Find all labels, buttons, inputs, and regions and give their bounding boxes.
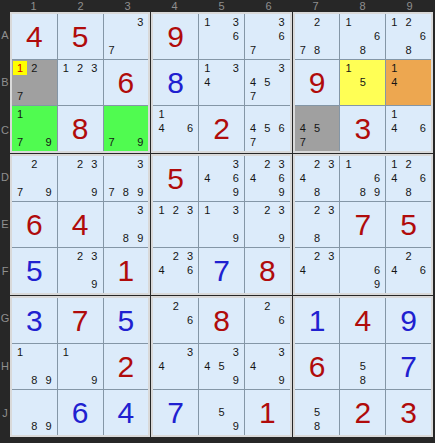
candidate-slot: [169, 359, 183, 373]
candidate-slot: [42, 61, 56, 75]
cell-C7[interactable]: 457: [295, 106, 340, 151]
cell-value: 7: [199, 248, 244, 293]
candidate-slot: [370, 90, 384, 104]
candidate-slot: [324, 29, 338, 43]
candidate-8: 8: [401, 44, 415, 58]
candidate-6: 6: [274, 29, 288, 43]
candidate-grid: 168: [341, 15, 384, 58]
cell-B7[interactable]: 9: [295, 60, 340, 105]
candidate-2: 2: [27, 157, 41, 171]
candidate-slot: [119, 217, 133, 231]
candidate-slot: [310, 29, 324, 43]
column-label-3: 3: [104, 0, 151, 12]
candidate-slot: [356, 61, 370, 75]
cell-G5[interactable]: 8: [199, 298, 244, 343]
cell-G1[interactable]: 3: [12, 298, 57, 343]
candidate-slot: [341, 359, 355, 373]
candidate-slot: [59, 359, 73, 373]
candidate-slot: [73, 374, 87, 388]
cell-value: 9: [386, 298, 431, 343]
candidate-grid: 1689: [341, 157, 384, 200]
candidate-slot: [274, 299, 288, 313]
cell-D3[interactable]: 3789: [104, 156, 149, 201]
candidate-slot: [296, 217, 310, 231]
candidate-slot: [341, 29, 355, 43]
candidate-slot: [246, 299, 260, 313]
candidate-slot: [183, 299, 197, 313]
cell-E1[interactable]: 6: [12, 202, 57, 247]
cell-G2[interactable]: 7: [58, 298, 103, 343]
candidate-8: 8: [310, 232, 324, 246]
candidate-slot: [27, 359, 41, 373]
cell-F1[interactable]: 5: [12, 248, 57, 293]
candidate-slot: [401, 278, 415, 292]
cell-F7[interactable]: 234: [295, 248, 340, 293]
candidate-slot: [246, 217, 260, 231]
cell-H6[interactable]: 349: [245, 344, 290, 389]
candidate-3: 3: [229, 15, 243, 29]
candidate-slot: [401, 90, 415, 104]
cell-A1[interactable]: 4: [12, 14, 57, 59]
cell-H3[interactable]: 2: [104, 344, 149, 389]
cell-value: 7: [58, 298, 103, 343]
candidate-9: 9: [274, 186, 288, 200]
candidate-slot: [370, 359, 384, 373]
candidate-grid: 146: [387, 107, 430, 150]
candidate-4: 4: [154, 121, 168, 135]
cell-value: 1: [295, 298, 340, 343]
candidate-slot: [274, 107, 288, 121]
candidate-slot: [370, 249, 384, 263]
cell-C4[interactable]: 146: [153, 106, 198, 151]
candidate-grid: 123: [59, 61, 102, 104]
candidate-grid: 139: [200, 203, 243, 246]
candidate-slot: [154, 299, 168, 313]
row-label-A: A: [0, 12, 10, 59]
cell-C6[interactable]: 4567: [245, 106, 290, 151]
cell-value: 3: [12, 298, 57, 343]
candidate-slot: [42, 391, 56, 405]
sudoku-board: 4537127123617987991363678134345714624567…: [10, 12, 433, 437]
candidate-1: 1: [59, 61, 73, 75]
candidate-6: 6: [416, 29, 430, 43]
candidate-1: 1: [387, 107, 401, 121]
candidate-3: 3: [324, 203, 338, 217]
cell-B4[interactable]: 8: [153, 60, 198, 105]
candidate-slot: [183, 217, 197, 231]
candidate-slot: [356, 157, 370, 171]
candidate-slot: [324, 121, 338, 135]
candidate-6: 6: [370, 171, 384, 185]
candidate-slot: [59, 171, 73, 185]
candidate-grid: 239: [246, 203, 289, 246]
candidate-slot: [296, 15, 310, 29]
candidate-slot: [246, 203, 260, 217]
candidate-5: 5: [356, 75, 370, 89]
cell-D5[interactable]: 3469: [199, 156, 244, 201]
cell-F6[interactable]: 8: [245, 248, 290, 293]
candidate-slot: [119, 29, 133, 43]
candidate-9: 9: [133, 136, 147, 150]
candidate-slot: [13, 75, 27, 89]
cell-value: 8: [245, 248, 290, 293]
candidate-slot: [42, 345, 56, 359]
candidate-slot: [296, 232, 310, 246]
cell-value: 5: [104, 298, 149, 343]
candidate-slot: [260, 44, 274, 58]
cell-C9[interactable]: 146: [386, 106, 431, 151]
candidate-slot: [73, 345, 87, 359]
cell-D2[interactable]: 239: [58, 156, 103, 201]
candidate-slot: [154, 313, 168, 327]
cell-H7[interactable]: 6: [295, 344, 340, 389]
cell-D7[interactable]: 2348: [295, 156, 340, 201]
cell-A8[interactable]: 168: [340, 14, 385, 59]
candidate-2: 2: [401, 157, 415, 171]
candidate-slot: [324, 44, 338, 58]
candidate-slot: [387, 186, 401, 200]
cell-J5[interactable]: 59: [199, 390, 244, 435]
row-label-J: J: [0, 390, 10, 437]
candidate-slot: [105, 217, 119, 231]
cell-value: 2: [104, 344, 149, 389]
cell-F2[interactable]: 239: [58, 248, 103, 293]
candidate-slot: [260, 374, 274, 388]
candidate-grid: 239: [59, 157, 102, 200]
candidate-slot: [296, 249, 310, 263]
candidate-slot: [416, 90, 430, 104]
candidate-6: 6: [274, 313, 288, 327]
cell-H1[interactable]: 189: [12, 344, 57, 389]
candidate-slot: [133, 29, 147, 43]
candidate-slot: [200, 391, 214, 405]
candidate-1: 1: [341, 15, 355, 29]
candidate-1: 1: [387, 15, 401, 29]
candidate-slot: [310, 278, 324, 292]
row-label-G: G: [0, 295, 10, 342]
candidate-slot: [59, 278, 73, 292]
cell-G4[interactable]: 26: [153, 298, 198, 343]
candidate-slot: [169, 345, 183, 359]
cell-H8[interactable]: 58: [340, 344, 385, 389]
cell-B8[interactable]: 15: [340, 60, 385, 105]
cell-E2[interactable]: 4: [58, 202, 103, 247]
candidate-slot: [200, 232, 214, 246]
candidate-grid: 246: [387, 249, 430, 292]
cell-J1[interactable]: 89: [12, 390, 57, 435]
candidate-slot: [310, 391, 324, 405]
candidate-slot: [169, 107, 183, 121]
candidate-1: 1: [13, 107, 27, 121]
candidate-slot: [274, 90, 288, 104]
candidate-slot: [13, 359, 27, 373]
candidate-slot: [59, 249, 73, 263]
cell-C2[interactable]: 8: [58, 106, 103, 151]
cell-E4[interactable]: 123: [153, 202, 198, 247]
cell-B3[interactable]: 6: [104, 60, 149, 105]
candidate-slot: [296, 203, 310, 217]
cell-value: 9: [295, 60, 340, 105]
cell-J3[interactable]: 4: [104, 390, 149, 435]
cell-value: 1: [245, 390, 290, 435]
candidate-7: 7: [105, 186, 119, 200]
candidate-8: 8: [27, 420, 41, 434]
candidate-slot: [154, 232, 168, 246]
box-1-2: 23481689124682387523469246: [293, 154, 433, 295]
cell-E6[interactable]: 239: [245, 202, 290, 247]
cell-F5[interactable]: 7: [199, 248, 244, 293]
cell-G8[interactable]: 4: [340, 298, 385, 343]
candidate-slot: [119, 157, 133, 171]
cell-value: 7: [153, 390, 198, 435]
cell-J6[interactable]: 1: [245, 390, 290, 435]
sudoku-app: 123456789 ABCDEFGHJ 45371271236179879913…: [0, 0, 435, 443]
cell-J4[interactable]: 7: [153, 390, 198, 435]
candidate-slot: [296, 29, 310, 43]
candidate-slot: [401, 263, 415, 277]
candidate-slot: [183, 359, 197, 373]
candidate-slot: [229, 391, 243, 405]
cell-C8[interactable]: 3: [340, 106, 385, 151]
cell-J8[interactable]: 2: [340, 390, 385, 435]
cell-B5[interactable]: 134: [199, 60, 244, 105]
candidate-3: 3: [324, 157, 338, 171]
cell-J2[interactable]: 6: [58, 390, 103, 435]
candidate-2: 2: [260, 203, 274, 217]
candidate-slot: [401, 107, 415, 121]
candidate-slot: [341, 44, 355, 58]
cell-F9[interactable]: 246: [386, 248, 431, 293]
candidate-slot: [296, 278, 310, 292]
candidate-slot: [324, 217, 338, 231]
candidate-slot: [356, 15, 370, 29]
cell-J9[interactable]: 3: [386, 390, 431, 435]
candidate-slot: [356, 263, 370, 277]
candidate-slot: [356, 345, 370, 359]
candidate-slot: [200, 44, 214, 58]
cell-D8[interactable]: 1689: [340, 156, 385, 201]
candidate-6: 6: [274, 121, 288, 135]
cell-A2[interactable]: 5: [58, 14, 103, 59]
cell-F8[interactable]: 69: [340, 248, 385, 293]
candidate-9: 9: [42, 136, 56, 150]
candidate-grid: 3457: [246, 61, 289, 104]
candidate-3: 3: [274, 15, 288, 29]
candidate-slot: [214, 420, 228, 434]
candidate-2: 2: [27, 61, 41, 75]
candidate-slot: [296, 420, 310, 434]
cell-value: 8: [153, 60, 198, 105]
candidate-slot: [154, 374, 168, 388]
candidate-slot: [260, 217, 274, 231]
candidate-slot: [416, 249, 430, 263]
candidate-slot: [154, 249, 168, 263]
candidate-slot: [73, 90, 87, 104]
candidate-8: 8: [119, 232, 133, 246]
candidate-slot: [246, 29, 260, 43]
candidate-3: 3: [183, 203, 197, 217]
candidate-slot: [387, 249, 401, 263]
candidate-slot: [105, 107, 119, 121]
cell-A6[interactable]: 367: [245, 14, 290, 59]
candidate-7: 7: [13, 186, 27, 200]
cell-G6[interactable]: 26: [245, 298, 290, 343]
candidate-2: 2: [73, 157, 87, 171]
candidate-slot: [154, 345, 168, 359]
candidate-slot: [119, 136, 133, 150]
cell-E5[interactable]: 139: [199, 202, 244, 247]
candidate-slot: [214, 374, 228, 388]
candidate-slot: [370, 75, 384, 89]
candidate-6: 6: [229, 29, 243, 43]
candidate-4: 4: [154, 359, 168, 373]
candidate-slot: [416, 186, 430, 200]
candidate-3: 3: [133, 157, 147, 171]
candidate-slot: [260, 313, 274, 327]
cell-D1[interactable]: 279: [12, 156, 57, 201]
cell-B6[interactable]: 3457: [245, 60, 290, 105]
candidate-slot: [154, 278, 168, 292]
column-label-4: 4: [151, 0, 198, 12]
candidate-slot: [260, 29, 274, 43]
cell-C5[interactable]: 2: [199, 106, 244, 151]
candidate-slot: [260, 328, 274, 342]
candidate-slot: [200, 90, 214, 104]
cell-A9[interactable]: 1268: [386, 14, 431, 59]
candidate-slot: [169, 217, 183, 231]
cell-A4[interactable]: 9: [153, 14, 198, 59]
cell-H2[interactable]: 19: [58, 344, 103, 389]
candidate-4: 4: [296, 171, 310, 185]
candidate-7: 7: [246, 90, 260, 104]
candidate-9: 9: [133, 186, 147, 200]
cell-value: 4: [58, 202, 103, 247]
cell-D9[interactable]: 12468: [386, 156, 431, 201]
candidate-slot: [73, 278, 87, 292]
cell-D6[interactable]: 23469: [245, 156, 290, 201]
cell-E7[interactable]: 238: [295, 202, 340, 247]
candidate-grid: 279: [13, 157, 56, 200]
candidate-grid: 12468: [387, 157, 430, 200]
candidate-slot: [310, 107, 324, 121]
candidate-2: 2: [260, 299, 274, 313]
candidate-slot: [246, 232, 260, 246]
cell-J7[interactable]: 58: [295, 390, 340, 435]
row-label-H: H: [0, 343, 10, 390]
candidate-slot: [119, 15, 133, 29]
candidate-slot: [183, 374, 197, 388]
candidate-slot: [341, 374, 355, 388]
candidate-8: 8: [401, 186, 415, 200]
candidate-slot: [387, 44, 401, 58]
candidate-slot: [260, 107, 274, 121]
candidate-slot: [87, 263, 101, 277]
cell-F4[interactable]: 2346: [153, 248, 198, 293]
candidate-slot: [169, 313, 183, 327]
candidate-slot: [214, 171, 228, 185]
candidate-slot: [274, 328, 288, 342]
cell-G9[interactable]: 9: [386, 298, 431, 343]
candidate-slot: [416, 44, 430, 58]
cell-E3[interactable]: 389: [104, 202, 149, 247]
cell-H4[interactable]: 34: [153, 344, 198, 389]
candidate-7: 7: [296, 136, 310, 150]
candidate-grid: 3789: [105, 157, 148, 200]
candidate-3: 3: [229, 345, 243, 359]
candidate-slot: [260, 90, 274, 104]
candidate-2: 2: [401, 15, 415, 29]
candidate-6: 6: [183, 263, 197, 277]
candidate-slot: [13, 374, 27, 388]
cell-E8[interactable]: 7: [340, 202, 385, 247]
candidate-slot: [27, 107, 41, 121]
cell-G3[interactable]: 5: [104, 298, 149, 343]
cell-C1[interactable]: 179: [12, 106, 57, 151]
cell-A5[interactable]: 136: [199, 14, 244, 59]
candidate-slot: [246, 186, 260, 200]
candidate-slot: [42, 107, 56, 121]
candidate-1: 1: [341, 61, 355, 75]
candidate-5: 5: [356, 359, 370, 373]
cell-F3[interactable]: 1: [104, 248, 149, 293]
cell-value: 4: [340, 298, 385, 343]
candidate-1: 1: [387, 61, 401, 75]
cell-E9[interactable]: 5: [386, 202, 431, 247]
candidate-slot: [401, 171, 415, 185]
cell-H9[interactable]: 7: [386, 344, 431, 389]
cell-D4[interactable]: 5: [153, 156, 198, 201]
candidate-6: 6: [183, 121, 197, 135]
candidate-slot: [214, 90, 228, 104]
candidate-4: 4: [387, 263, 401, 277]
candidate-slot: [119, 44, 133, 58]
candidate-slot: [246, 313, 260, 327]
candidate-slot: [169, 136, 183, 150]
cell-C3[interactable]: 79: [104, 106, 149, 151]
cell-B1[interactable]: 127: [12, 60, 57, 105]
cell-B2[interactable]: 123: [58, 60, 103, 105]
candidate-slot: [105, 157, 119, 171]
candidate-9: 9: [229, 374, 243, 388]
candidate-slot: [200, 29, 214, 43]
candidate-grid: 37: [105, 15, 148, 58]
candidate-slot: [133, 107, 147, 121]
candidate-grid: 23469: [246, 157, 289, 200]
candidate-grid: 26: [154, 299, 197, 342]
cell-A7[interactable]: 278: [295, 14, 340, 59]
cell-value: 6: [58, 390, 103, 435]
box-2-0: 3751891928964: [10, 296, 150, 437]
row-labels: ABCDEFGHJ: [0, 12, 10, 437]
candidate-slot: [401, 121, 415, 135]
candidate-slot: [154, 136, 168, 150]
cell-value: 7: [386, 344, 431, 389]
cell-H5[interactable]: 3459: [199, 344, 244, 389]
candidate-slot: [324, 136, 338, 150]
candidate-slot: [401, 136, 415, 150]
candidate-slot: [105, 29, 119, 43]
candidate-3: 3: [324, 249, 338, 263]
cell-G7[interactable]: 1: [295, 298, 340, 343]
candidate-9: 9: [133, 232, 147, 246]
candidate-slot: [370, 61, 384, 75]
cell-A3[interactable]: 37: [104, 14, 149, 59]
candidate-8: 8: [310, 44, 324, 58]
cell-B9[interactable]: 14: [386, 60, 431, 105]
candidate-slot: [416, 278, 430, 292]
candidate-slot: [324, 232, 338, 246]
candidate-1: 1: [154, 203, 168, 217]
